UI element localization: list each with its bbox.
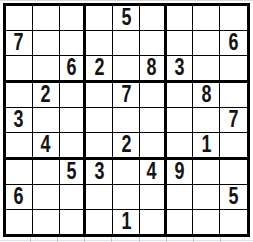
gridline-tick	[57, 237, 58, 242]
given-digit: 7	[229, 108, 239, 132]
sudoku-cell-r8c2[interactable]	[33, 185, 60, 210]
sudoku-cell-r7c3[interactable]: 5	[60, 160, 87, 185]
gridline-tick	[166, 237, 167, 242]
sudoku-cell-r9c5[interactable]: 1	[113, 210, 140, 234]
sudoku-cell-r6c5[interactable]: 2	[113, 133, 140, 160]
gridline-tick	[84, 237, 85, 242]
given-digit: 7	[14, 31, 24, 55]
sudoku-cell-r6c2[interactable]: 4	[33, 133, 60, 160]
sudoku-cell-r3c2[interactable]	[33, 56, 60, 83]
sudoku-cell-r3c6[interactable]: 8	[140, 56, 167, 83]
given-digit: 4	[41, 133, 51, 157]
sudoku-cell-r9c8[interactable]	[193, 210, 220, 234]
sudoku-cell-r9c3[interactable]	[60, 210, 87, 234]
sudoku-cell-r8c4[interactable]	[86, 185, 113, 210]
sudoku-cell-r7c4[interactable]: 3	[86, 160, 113, 185]
gridline-tick	[111, 237, 112, 242]
given-digit: 4	[147, 160, 157, 184]
sudoku-cell-r4c2[interactable]: 2	[33, 83, 60, 108]
sudoku-cell-r4c9[interactable]	[220, 83, 247, 108]
sudoku-cell-r1c8[interactable]	[193, 6, 220, 31]
sudoku-cell-r8c3[interactable]	[60, 185, 87, 210]
sudoku-cell-r9c1[interactable]	[6, 210, 33, 234]
given-digit: 7	[121, 83, 131, 107]
given-digit: 5	[66, 160, 76, 184]
sudoku-cell-r4c6[interactable]	[140, 83, 167, 108]
sudoku-diagram: 5766283278374215349651	[0, 0, 253, 242]
gridline-tick	[220, 237, 221, 242]
sudoku-cell-r2c6[interactable]	[140, 31, 167, 56]
sudoku-cell-r8c7[interactable]	[167, 185, 194, 210]
given-digit: 8	[201, 83, 211, 107]
sudoku-cell-r1c2[interactable]	[33, 6, 60, 31]
given-digit: 1	[121, 210, 131, 234]
sudoku-cell-r3c1[interactable]	[6, 56, 33, 83]
given-digit: 5	[121, 6, 131, 30]
sudoku-cell-r6c8[interactable]: 1	[193, 133, 220, 160]
sudoku-cell-r7c7[interactable]: 9	[167, 160, 194, 185]
given-digit: 6	[229, 31, 239, 55]
given-digit: 6	[14, 185, 24, 209]
sudoku-cell-r3c7[interactable]: 3	[167, 56, 194, 83]
sudoku-cell-r9c2[interactable]	[33, 210, 60, 234]
sudoku-cell-r6c9[interactable]	[220, 133, 247, 160]
sudoku-cell-r7c8[interactable]	[193, 160, 220, 185]
sudoku-cell-r1c7[interactable]	[167, 6, 194, 31]
given-digit: 1	[201, 133, 211, 157]
given-digit: 9	[175, 160, 185, 184]
sudoku-cell-r7c1[interactable]	[6, 160, 33, 185]
sudoku-cell-r4c5[interactable]: 7	[113, 83, 140, 108]
sudoku-cell-r6c6[interactable]	[140, 133, 167, 160]
sudoku-cell-r7c6[interactable]: 4	[140, 160, 167, 185]
sudoku-cell-r4c1[interactable]	[6, 83, 33, 108]
sudoku-cell-r8c5[interactable]	[113, 185, 140, 210]
given-digit: 8	[147, 56, 157, 80]
sudoku-cell-r3c8[interactable]	[193, 56, 220, 83]
sudoku-cell-r8c8[interactable]	[193, 185, 220, 210]
gridline-tick	[193, 237, 194, 242]
sudoku-cell-r1c3[interactable]	[60, 6, 87, 31]
sudoku-cell-r5c9[interactable]: 7	[220, 108, 247, 133]
sudoku-cell-r5c4[interactable]	[86, 108, 113, 133]
sudoku-cell-r6c3[interactable]	[60, 133, 87, 160]
sudoku-cell-r1c4[interactable]	[86, 6, 113, 31]
given-digit: 2	[94, 56, 104, 80]
gridline-tick	[30, 237, 31, 242]
sudoku-cell-r9c6[interactable]	[140, 210, 167, 234]
sudoku-cell-r9c4[interactable]	[86, 210, 113, 234]
sudoku-cell-r2c2[interactable]	[33, 31, 60, 56]
sudoku-cell-r7c9[interactable]	[220, 160, 247, 185]
sudoku-cell-r1c9[interactable]	[220, 6, 247, 31]
given-digit: 2	[121, 133, 131, 157]
sudoku-cell-r4c4[interactable]	[86, 83, 113, 108]
sudoku-cell-r6c4[interactable]	[86, 133, 113, 160]
given-digit: 3	[175, 56, 185, 80]
sudoku-cell-r3c3[interactable]: 6	[60, 56, 87, 83]
given-digit: 3	[94, 160, 104, 184]
sudoku-cell-r5c3[interactable]	[60, 108, 87, 133]
sudoku-cell-r5c5[interactable]	[113, 108, 140, 133]
sudoku-cell-r4c3[interactable]	[60, 83, 87, 108]
sudoku-board: 5766283278374215349651	[3, 3, 250, 237]
sudoku-cell-r3c9[interactable]	[220, 56, 247, 83]
sudoku-cell-r6c7[interactable]	[167, 133, 194, 160]
given-digit: 6	[66, 56, 76, 80]
sudoku-cell-r5c8[interactable]	[193, 108, 220, 133]
sudoku-cell-r2c5[interactable]	[113, 31, 140, 56]
sudoku-cell-r8c1[interactable]: 6	[6, 185, 33, 210]
sudoku-cell-r5c7[interactable]	[167, 108, 194, 133]
sudoku-cell-r4c7[interactable]	[167, 83, 194, 108]
sudoku-cell-r2c7[interactable]	[167, 31, 194, 56]
sudoku-cell-r2c1[interactable]: 7	[6, 31, 33, 56]
sudoku-cell-r3c5[interactable]	[113, 56, 140, 83]
gridline-tick	[139, 237, 140, 242]
sudoku-cell-r7c2[interactable]	[33, 160, 60, 185]
sudoku-cell-r7c5[interactable]	[113, 160, 140, 185]
given-digit: 5	[229, 185, 239, 209]
sudoku-cell-r1c5[interactable]: 5	[113, 6, 140, 31]
sudoku-cell-r6c1[interactable]	[6, 133, 33, 160]
sudoku-cell-r8c6[interactable]	[140, 185, 167, 210]
sudoku-cell-r1c1[interactable]	[6, 6, 33, 31]
sudoku-cell-r2c8[interactable]	[193, 31, 220, 56]
sudoku-cell-r3c4[interactable]: 2	[86, 56, 113, 83]
sudoku-cell-r9c9[interactable]	[220, 210, 247, 234]
sudoku-cell-r5c6[interactable]	[140, 108, 167, 133]
spreadsheet-gridline-top	[0, 0, 253, 1]
sudoku-cell-r2c3[interactable]	[60, 31, 87, 56]
given-digit: 3	[14, 108, 24, 132]
sudoku-cell-r4c8[interactable]: 8	[193, 83, 220, 108]
sudoku-cell-r9c7[interactable]	[167, 210, 194, 234]
sudoku-cell-r2c4[interactable]	[86, 31, 113, 56]
sudoku-cell-r5c1[interactable]: 3	[6, 108, 33, 133]
sudoku-cell-r2c9[interactable]: 6	[220, 31, 247, 56]
given-digit: 2	[41, 83, 51, 107]
spreadsheet-gridline-bottom	[0, 240, 253, 241]
sudoku-cell-r5c2[interactable]	[33, 108, 60, 133]
sudoku-cell-r1c6[interactable]	[140, 6, 167, 31]
sudoku-cell-r8c9[interactable]: 5	[220, 185, 247, 210]
